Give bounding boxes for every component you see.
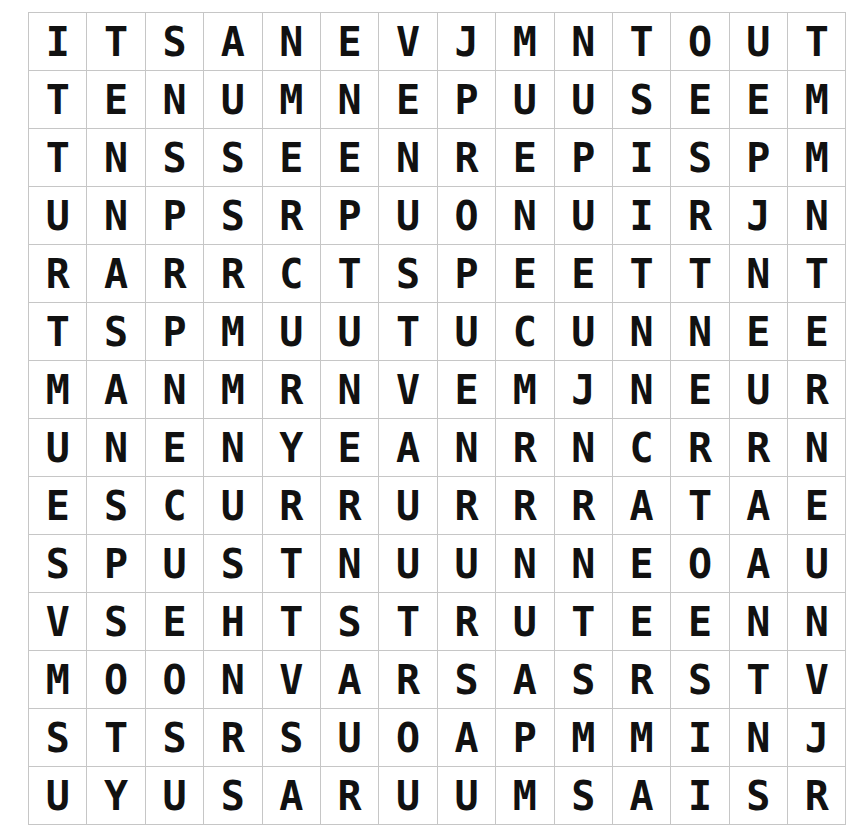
grid-cell-r2c12[interactable]: E [671, 71, 728, 128]
grid-cell-r10c8[interactable]: U [438, 535, 495, 592]
grid-cell-r5c10[interactable]: E [555, 245, 612, 302]
grid-cell-r6c7[interactable]: T [379, 303, 436, 360]
grid-cell-r9c11[interactable]: A [613, 477, 670, 534]
grid-cell-r3c11[interactable]: I [613, 129, 670, 186]
grid-cell-r13c7[interactable]: O [379, 709, 436, 766]
grid-cell-r2c6[interactable]: N [321, 71, 378, 128]
grid-cell-r5c1[interactable]: R [29, 245, 86, 302]
grid-cell-r7c8[interactable]: E [438, 361, 495, 418]
grid-cell-r6c3[interactable]: P [146, 303, 203, 360]
grid-cell-r5c3[interactable]: R [146, 245, 203, 302]
grid-cell-r14c1[interactable]: U [29, 767, 86, 824]
grid-cell-r11c7[interactable]: T [379, 593, 436, 650]
grid-cell-r4c13[interactable]: J [730, 187, 787, 244]
grid-cell-r10c10[interactable]: N [555, 535, 612, 592]
grid-cell-r11c12[interactable]: E [671, 593, 728, 650]
grid-cell-r10c3[interactable]: U [146, 535, 203, 592]
grid-cell-r5c4[interactable]: R [204, 245, 261, 302]
grid-cell-r13c10[interactable]: M [555, 709, 612, 766]
grid-cell-r11c14[interactable]: N [788, 593, 845, 650]
grid-cell-r9c8[interactable]: R [438, 477, 495, 534]
grid-cell-r11c5[interactable]: T [263, 593, 320, 650]
grid-cell-r6c10[interactable]: U [555, 303, 612, 360]
grid-cell-r7c9[interactable]: M [496, 361, 553, 418]
grid-cell-r9c3[interactable]: C [146, 477, 203, 534]
grid-cell-r14c7[interactable]: U [379, 767, 436, 824]
grid-cell-r12c2[interactable]: O [87, 651, 144, 708]
grid-cell-r7c3[interactable]: N [146, 361, 203, 418]
grid-cell-r1c7[interactable]: V [379, 13, 436, 70]
grid-cell-r9c1[interactable]: E [29, 477, 86, 534]
grid-cell-r7c1[interactable]: M [29, 361, 86, 418]
grid-cell-r7c11[interactable]: N [613, 361, 670, 418]
grid-cell-r13c11[interactable]: M [613, 709, 670, 766]
grid-cell-r10c1[interactable]: S [29, 535, 86, 592]
grid-cell-r1c9[interactable]: M [496, 13, 553, 70]
grid-cell-r8c7[interactable]: A [379, 419, 436, 476]
grid-cell-r2c9[interactable]: U [496, 71, 553, 128]
grid-cell-r3c14[interactable]: M [788, 129, 845, 186]
grid-cell-r1c1[interactable]: I [29, 13, 86, 70]
grid-cell-r13c12[interactable]: I [671, 709, 728, 766]
grid-cell-r11c6[interactable]: S [321, 593, 378, 650]
grid-cell-r11c3[interactable]: E [146, 593, 203, 650]
grid-cell-r4c6[interactable]: P [321, 187, 378, 244]
grid-cell-r1c13[interactable]: U [730, 13, 787, 70]
grid-cell-r4c4[interactable]: S [204, 187, 261, 244]
grid-cell-r4c2[interactable]: N [87, 187, 144, 244]
grid-cell-r13c4[interactable]: R [204, 709, 261, 766]
grid-cell-r7c7[interactable]: V [379, 361, 436, 418]
grid-cell-r1c3[interactable]: S [146, 13, 203, 70]
grid-cell-r5c7[interactable]: S [379, 245, 436, 302]
grid-cell-r2c2[interactable]: E [87, 71, 144, 128]
grid-cell-r6c13[interactable]: E [730, 303, 787, 360]
grid-cell-r7c5[interactable]: R [263, 361, 320, 418]
grid-cell-r1c10[interactable]: N [555, 13, 612, 70]
grid-cell-r3c9[interactable]: E [496, 129, 553, 186]
grid-cell-r6c1[interactable]: T [29, 303, 86, 360]
grid-cell-r4c8[interactable]: O [438, 187, 495, 244]
grid-cell-r9c2[interactable]: S [87, 477, 144, 534]
grid-cell-r11c1[interactable]: V [29, 593, 86, 650]
grid-cell-r2c7[interactable]: E [379, 71, 436, 128]
grid-cell-r9c7[interactable]: U [379, 477, 436, 534]
grid-cell-r13c5[interactable]: S [263, 709, 320, 766]
grid-cell-r1c4[interactable]: A [204, 13, 261, 70]
grid-cell-r10c2[interactable]: P [87, 535, 144, 592]
grid-cell-r8c13[interactable]: R [730, 419, 787, 476]
grid-cell-r8c2[interactable]: N [87, 419, 144, 476]
grid-cell-r6c9[interactable]: C [496, 303, 553, 360]
grid-cell-r11c8[interactable]: R [438, 593, 495, 650]
grid-cell-r14c9[interactable]: M [496, 767, 553, 824]
grid-cell-r1c12[interactable]: O [671, 13, 728, 70]
grid-cell-r8c8[interactable]: N [438, 419, 495, 476]
word-search-grid: ITSANEVJMNTOUTTENUMNEPUUSEEMTNSSEENREPIS… [28, 12, 846, 825]
grid-cell-r2c11[interactable]: S [613, 71, 670, 128]
grid-cell-r12c8[interactable]: S [438, 651, 495, 708]
grid-cell-r4c14[interactable]: N [788, 187, 845, 244]
grid-cell-r8c14[interactable]: N [788, 419, 845, 476]
grid-cell-r14c5[interactable]: A [263, 767, 320, 824]
grid-cell-r8c9[interactable]: R [496, 419, 553, 476]
grid-cell-r14c4[interactable]: S [204, 767, 261, 824]
grid-cell-r8c12[interactable]: R [671, 419, 728, 476]
grid-cell-r7c10[interactable]: J [555, 361, 612, 418]
grid-cell-r6c14[interactable]: E [788, 303, 845, 360]
grid-cell-r6c6[interactable]: U [321, 303, 378, 360]
grid-cell-r3c4[interactable]: S [204, 129, 261, 186]
grid-cell-r12c5[interactable]: V [263, 651, 320, 708]
grid-cell-r11c4[interactable]: H [204, 593, 261, 650]
grid-cell-r10c6[interactable]: N [321, 535, 378, 592]
grid-cell-r10c13[interactable]: A [730, 535, 787, 592]
grid-cell-r13c8[interactable]: A [438, 709, 495, 766]
grid-cell-r7c13[interactable]: U [730, 361, 787, 418]
grid-cell-r12c7[interactable]: R [379, 651, 436, 708]
grid-cell-r7c4[interactable]: M [204, 361, 261, 418]
grid-cell-r3c3[interactable]: S [146, 129, 203, 186]
grid-cell-r13c1[interactable]: S [29, 709, 86, 766]
grid-cell-r5c5[interactable]: C [263, 245, 320, 302]
grid-cell-r3c10[interactable]: P [555, 129, 612, 186]
grid-cell-r9c9[interactable]: R [496, 477, 553, 534]
grid-cell-r13c9[interactable]: P [496, 709, 553, 766]
grid-cell-r1c6[interactable]: E [321, 13, 378, 70]
grid-cell-r9c5[interactable]: R [263, 477, 320, 534]
grid-cell-r9c6[interactable]: R [321, 477, 378, 534]
grid-cell-r8c5[interactable]: Y [263, 419, 320, 476]
grid-cell-r7c12[interactable]: E [671, 361, 728, 418]
grid-cell-r1c8[interactable]: J [438, 13, 495, 70]
grid-cell-r3c6[interactable]: E [321, 129, 378, 186]
grid-cell-r7c14[interactable]: R [788, 361, 845, 418]
grid-cell-r1c5[interactable]: N [263, 13, 320, 70]
grid-cell-r6c5[interactable]: U [263, 303, 320, 360]
grid-cell-r6c4[interactable]: M [204, 303, 261, 360]
grid-cell-r2c10[interactable]: U [555, 71, 612, 128]
grid-cell-r1c11[interactable]: T [613, 13, 670, 70]
grid-cell-r6c12[interactable]: N [671, 303, 728, 360]
grid-cell-r14c8[interactable]: U [438, 767, 495, 824]
grid-cell-r6c2[interactable]: S [87, 303, 144, 360]
grid-cell-r9c14[interactable]: E [788, 477, 845, 534]
grid-cell-r8c11[interactable]: C [613, 419, 670, 476]
grid-cell-r11c11[interactable]: E [613, 593, 670, 650]
grid-cell-r3c12[interactable]: S [671, 129, 728, 186]
grid-cell-r10c7[interactable]: U [379, 535, 436, 592]
grid-cell-r12c11[interactable]: R [613, 651, 670, 708]
grid-cell-r4c9[interactable]: N [496, 187, 553, 244]
grid-cell-r5c9[interactable]: E [496, 245, 553, 302]
grid-cell-r11c10[interactable]: T [555, 593, 612, 650]
grid-cell-r2c4[interactable]: U [204, 71, 261, 128]
grid-cell-r4c5[interactable]: R [263, 187, 320, 244]
grid-cell-r6c11[interactable]: N [613, 303, 670, 360]
grid-cell-r11c2[interactable]: S [87, 593, 144, 650]
grid-cell-r13c2[interactable]: T [87, 709, 144, 766]
grid-cell-r10c12[interactable]: O [671, 535, 728, 592]
grid-cell-r14c14[interactable]: R [788, 767, 845, 824]
grid-cell-r8c3[interactable]: E [146, 419, 203, 476]
grid-cell-r13c13[interactable]: N [730, 709, 787, 766]
grid-cell-r10c4[interactable]: S [204, 535, 261, 592]
grid-cell-r5c2[interactable]: A [87, 245, 144, 302]
grid-cell-r12c1[interactable]: M [29, 651, 86, 708]
grid-cell-r1c14[interactable]: T [788, 13, 845, 70]
grid-cell-r5c8[interactable]: P [438, 245, 495, 302]
grid-cell-r12c10[interactable]: S [555, 651, 612, 708]
grid-cell-r2c1[interactable]: T [29, 71, 86, 128]
grid-cell-r12c14[interactable]: V [788, 651, 845, 708]
grid-cell-r5c14[interactable]: T [788, 245, 845, 302]
grid-cell-r7c6[interactable]: N [321, 361, 378, 418]
grid-cell-r10c9[interactable]: N [496, 535, 553, 592]
grid-cell-r12c12[interactable]: S [671, 651, 728, 708]
grid-cell-r10c11[interactable]: E [613, 535, 670, 592]
grid-cell-r12c4[interactable]: N [204, 651, 261, 708]
grid-cell-r3c5[interactable]: E [263, 129, 320, 186]
grid-cell-r2c8[interactable]: P [438, 71, 495, 128]
grid-cell-r9c12[interactable]: T [671, 477, 728, 534]
grid-cell-r9c4[interactable]: U [204, 477, 261, 534]
grid-cell-r5c11[interactable]: T [613, 245, 670, 302]
grid-cell-r5c6[interactable]: T [321, 245, 378, 302]
grid-cell-r3c8[interactable]: R [438, 129, 495, 186]
grid-cell-r13c14[interactable]: J [788, 709, 845, 766]
grid-cell-r4c3[interactable]: P [146, 187, 203, 244]
grid-cell-r9c10[interactable]: R [555, 477, 612, 534]
grid-cell-r2c5[interactable]: M [263, 71, 320, 128]
grid-cell-r14c10[interactable]: S [555, 767, 612, 824]
grid-cell-r2c14[interactable]: M [788, 71, 845, 128]
grid-cell-r12c6[interactable]: A [321, 651, 378, 708]
grid-cell-r14c6[interactable]: R [321, 767, 378, 824]
grid-cell-r13c3[interactable]: S [146, 709, 203, 766]
grid-cell-r13c6[interactable]: U [321, 709, 378, 766]
grid-cell-r4c12[interactable]: R [671, 187, 728, 244]
grid-cell-r14c13[interactable]: S [730, 767, 787, 824]
grid-cell-r3c7[interactable]: N [379, 129, 436, 186]
grid-cell-r11c13[interactable]: N [730, 593, 787, 650]
grid-cell-r11c9[interactable]: U [496, 593, 553, 650]
grid-cell-r14c2[interactable]: Y [87, 767, 144, 824]
grid-cell-r14c3[interactable]: U [146, 767, 203, 824]
grid-cell-r4c10[interactable]: U [555, 187, 612, 244]
grid-cell-r5c13[interactable]: N [730, 245, 787, 302]
grid-cell-r3c2[interactable]: N [87, 129, 144, 186]
grid-cell-r8c4[interactable]: N [204, 419, 261, 476]
grid-cell-r5c12[interactable]: T [671, 245, 728, 302]
grid-cell-r9c13[interactable]: A [730, 477, 787, 534]
grid-cell-r4c1[interactable]: U [29, 187, 86, 244]
grid-cell-r10c14[interactable]: U [788, 535, 845, 592]
grid-cell-r2c3[interactable]: N [146, 71, 203, 128]
grid-cell-r3c13[interactable]: P [730, 129, 787, 186]
grid-cell-r8c6[interactable]: E [321, 419, 378, 476]
grid-cell-r7c2[interactable]: A [87, 361, 144, 418]
grid-cell-r4c11[interactable]: I [613, 187, 670, 244]
grid-cell-r1c2[interactable]: T [87, 13, 144, 70]
grid-cell-r14c12[interactable]: I [671, 767, 728, 824]
grid-cell-r12c9[interactable]: A [496, 651, 553, 708]
grid-cell-r8c1[interactable]: U [29, 419, 86, 476]
grid-cell-r14c11[interactable]: A [613, 767, 670, 824]
grid-cell-r4c7[interactable]: U [379, 187, 436, 244]
grid-cell-r3c1[interactable]: T [29, 129, 86, 186]
grid-cell-r8c10[interactable]: N [555, 419, 612, 476]
grid-cell-r12c13[interactable]: T [730, 651, 787, 708]
grid-cell-r6c8[interactable]: U [438, 303, 495, 360]
grid-cell-r10c5[interactable]: T [263, 535, 320, 592]
grid-cell-r12c3[interactable]: O [146, 651, 203, 708]
grid-cell-r2c13[interactable]: E [730, 71, 787, 128]
